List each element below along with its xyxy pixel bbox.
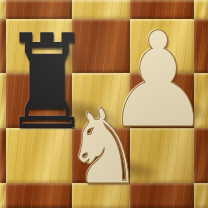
- white-pawn[interactable]: ♟: [99, 14, 208, 146]
- chess-app-board-view: ♜♞♟: [0, 0, 208, 208]
- square-r4c4[interactable]: [194, 183, 208, 208]
